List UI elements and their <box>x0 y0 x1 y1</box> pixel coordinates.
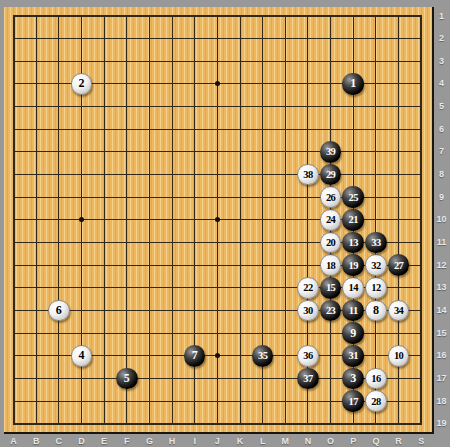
move-number: 26 <box>326 192 335 203</box>
row-label-8: 8 <box>434 169 449 180</box>
move-number: 11 <box>349 305 358 316</box>
grid-line-vertical <box>420 15 422 425</box>
move-number: 21 <box>349 214 358 225</box>
black-stone-move-5[interactable]: 5 <box>116 368 138 390</box>
white-stone-move-6[interactable]: 6 <box>48 300 70 322</box>
move-number: 35 <box>258 350 267 361</box>
black-stone-move-15[interactable]: 15 <box>320 277 342 299</box>
grid-line-horizontal <box>13 423 423 425</box>
black-stone-move-3[interactable]: 3 <box>342 368 364 390</box>
row-label-15: 15 <box>434 328 449 339</box>
column-label-K: K <box>233 436 247 447</box>
go-kifu-diagram: 1234567891011121314151617181920212223242… <box>0 0 450 447</box>
row-label-14: 14 <box>434 305 449 316</box>
column-label-B: B <box>29 436 43 447</box>
black-stone-move-19[interactable]: 19 <box>342 254 364 276</box>
column-label-L: L <box>256 436 270 447</box>
white-stone-move-8[interactable]: 8 <box>365 300 387 322</box>
black-stone-move-25[interactable]: 25 <box>342 186 364 208</box>
move-number: 19 <box>349 260 358 271</box>
grid-line-vertical <box>375 15 376 425</box>
white-stone-move-32[interactable]: 32 <box>365 254 387 276</box>
move-number: 24 <box>326 214 335 225</box>
column-label-R: R <box>392 436 406 447</box>
column-label-Q: Q <box>369 436 383 447</box>
row-label-11: 11 <box>434 237 449 248</box>
row-label-10: 10 <box>434 214 449 225</box>
column-label-G: G <box>142 436 156 447</box>
column-label-N: N <box>301 436 315 447</box>
move-number: 4 <box>78 348 84 363</box>
move-number: 34 <box>394 305 403 316</box>
move-number: 18 <box>326 260 335 271</box>
column-label-E: E <box>97 436 111 447</box>
column-label-P: P <box>346 436 360 447</box>
white-stone-move-24[interactable]: 24 <box>320 209 342 231</box>
move-number: 17 <box>349 396 358 407</box>
move-number: 6 <box>56 303 62 318</box>
move-number: 15 <box>326 282 335 293</box>
move-number: 33 <box>371 237 380 248</box>
black-stone-move-7[interactable]: 7 <box>184 345 206 367</box>
move-number: 32 <box>371 260 380 271</box>
white-stone-move-36[interactable]: 36 <box>297 345 319 367</box>
black-stone-move-33[interactable]: 33 <box>365 232 387 254</box>
row-label-2: 2 <box>434 33 449 44</box>
row-label-5: 5 <box>434 101 449 112</box>
black-stone-move-21[interactable]: 21 <box>342 209 364 231</box>
move-number: 27 <box>394 260 403 271</box>
move-number: 3 <box>350 371 356 386</box>
white-stone-move-18[interactable]: 18 <box>320 254 342 276</box>
column-label-S: S <box>414 436 428 447</box>
white-stone-move-38[interactable]: 38 <box>297 164 319 186</box>
move-number: 1 <box>350 76 356 91</box>
move-number: 23 <box>326 305 335 316</box>
move-number: 29 <box>326 169 335 180</box>
white-stone-move-16[interactable]: 16 <box>365 368 387 390</box>
row-label-7: 7 <box>434 146 449 157</box>
black-stone-move-17[interactable]: 17 <box>342 390 364 412</box>
white-stone-move-2[interactable]: 2 <box>71 73 93 95</box>
row-label-19: 19 <box>434 418 449 429</box>
move-number: 2 <box>78 76 84 91</box>
column-label-O: O <box>324 436 338 447</box>
row-label-12: 12 <box>434 260 449 271</box>
column-label-J: J <box>210 436 224 447</box>
move-number: 14 <box>349 282 358 293</box>
move-number: 8 <box>373 303 379 318</box>
white-stone-move-28[interactable]: 28 <box>365 390 387 412</box>
black-stone-move-31[interactable]: 31 <box>342 345 364 367</box>
row-label-18: 18 <box>434 396 449 407</box>
move-number: 25 <box>349 192 358 203</box>
move-number: 37 <box>303 373 312 384</box>
row-label-4: 4 <box>434 78 449 89</box>
move-number: 39 <box>326 146 335 157</box>
row-label-17: 17 <box>434 373 449 384</box>
grid-line-vertical <box>240 15 241 425</box>
black-stone-move-35[interactable]: 35 <box>252 345 274 367</box>
move-number: 30 <box>303 305 312 316</box>
black-stone-move-37[interactable]: 37 <box>297 368 319 390</box>
move-number: 38 <box>303 169 312 180</box>
white-stone-move-30[interactable]: 30 <box>297 300 319 322</box>
column-label-H: H <box>165 436 179 447</box>
black-stone-move-39[interactable]: 39 <box>320 141 342 163</box>
move-number: 7 <box>192 348 198 363</box>
move-number: 31 <box>349 350 358 361</box>
white-stone-move-4[interactable]: 4 <box>71 345 93 367</box>
move-number: 22 <box>303 282 312 293</box>
row-label-6: 6 <box>434 124 449 135</box>
black-stone-move-13[interactable]: 13 <box>342 232 364 254</box>
white-stone-move-14[interactable]: 14 <box>342 277 364 299</box>
move-number: 10 <box>394 350 403 361</box>
row-label-1: 1 <box>434 11 449 22</box>
row-label-3: 3 <box>434 56 449 67</box>
move-number: 12 <box>371 282 380 293</box>
row-label-9: 9 <box>434 192 449 203</box>
grid-line-vertical <box>285 15 286 425</box>
column-label-I: I <box>188 436 202 447</box>
column-label-F: F <box>120 436 134 447</box>
column-label-M: M <box>278 436 292 447</box>
row-label-13: 13 <box>434 282 449 293</box>
column-label-A: A <box>7 436 21 447</box>
move-number: 36 <box>303 350 312 361</box>
black-stone-move-9[interactable]: 9 <box>342 322 364 344</box>
black-stone-move-1[interactable]: 1 <box>342 73 364 95</box>
white-stone-move-10[interactable]: 10 <box>388 345 410 367</box>
white-stone-move-12[interactable]: 12 <box>365 277 387 299</box>
white-stone-move-22[interactable]: 22 <box>297 277 319 299</box>
move-number: 28 <box>371 396 380 407</box>
black-stone-move-11[interactable]: 11 <box>342 300 364 322</box>
move-number: 9 <box>350 326 356 341</box>
row-label-16: 16 <box>434 350 449 361</box>
move-number: 16 <box>371 373 380 384</box>
move-number: 13 <box>349 237 358 248</box>
column-label-D: D <box>74 436 88 447</box>
black-stone-move-27[interactable]: 27 <box>388 254 410 276</box>
column-label-C: C <box>52 436 66 447</box>
move-number: 20 <box>326 237 335 248</box>
move-number: 5 <box>124 371 130 386</box>
